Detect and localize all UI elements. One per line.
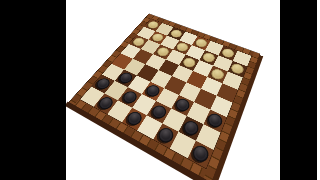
pillarbox-right: [280, 0, 317, 180]
dark-piece: [190, 143, 210, 165]
board-frame: [68, 13, 260, 180]
checkers-board: [68, 13, 260, 180]
video-thumbnail: [0, 0, 320, 180]
board-photo: [66, 0, 280, 180]
pillarbox-left: [0, 0, 66, 180]
